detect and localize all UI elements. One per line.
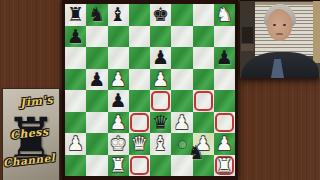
white-rook-c1[interactable]: ♜	[108, 155, 129, 177]
square-b2[interactable]	[86, 133, 107, 155]
white-rook-h1[interactable]: ♜	[214, 155, 235, 177]
black-queen-e3[interactable]: ♛	[150, 112, 171, 134]
white-pawn-c3[interactable]: ♟	[108, 112, 129, 134]
square-a4[interactable]	[65, 90, 86, 112]
square-c2[interactable]: ♚	[108, 133, 129, 155]
square-c8[interactable]: ♝	[108, 4, 129, 26]
square-d3[interactable]	[129, 112, 150, 134]
white-pawn-a2[interactable]: ♟	[65, 133, 86, 155]
shelf-object	[242, 27, 253, 43]
black-pawn-a7[interactable]: ♟	[65, 26, 86, 48]
square-c1[interactable]: ♜	[108, 155, 129, 177]
square-e7[interactable]	[150, 26, 171, 48]
square-d7[interactable]	[129, 26, 150, 48]
square-h6[interactable]: ♟	[214, 47, 235, 69]
square-f7[interactable]	[171, 26, 192, 48]
square-h2[interactable]: ♟	[214, 133, 235, 155]
square-g4[interactable]	[193, 90, 214, 112]
white-knight-h8[interactable]: ♞	[214, 4, 235, 26]
black-rook-a8[interactable]: ♜	[65, 4, 86, 26]
square-h7[interactable]	[214, 26, 235, 48]
square-g8[interactable]	[193, 4, 214, 26]
square-e4[interactable]	[150, 90, 171, 112]
black-pawn-h6[interactable]: ♟	[214, 47, 235, 69]
white-king-c2[interactable]: ♚	[108, 133, 129, 155]
square-h8[interactable]: ♞	[214, 4, 235, 26]
square-e3[interactable]: ♛	[150, 112, 171, 134]
square-e8[interactable]: ♚	[150, 4, 171, 26]
square-h5[interactable]	[214, 69, 235, 91]
square-b1[interactable]	[86, 155, 107, 177]
video-frame: ♜♞♝♚♞♟♟♟♟♟♟♟♟♛♟♟♚♛♝♞♟♟♜♜ ♜ Jim's Chess C…	[0, 0, 320, 180]
square-h1[interactable]: ♜	[214, 155, 235, 177]
chess-board[interactable]: ♜♞♝♚♞♟♟♟♟♟♟♟♟♛♟♟♚♛♝♞♟♟♜♜	[65, 4, 235, 176]
channel-logo: ♜ Jim's Chess Channel	[2, 88, 60, 180]
square-a1[interactable]	[65, 155, 86, 177]
black-pawn-c4[interactable]: ♟	[108, 90, 129, 112]
square-d6[interactable]	[129, 47, 150, 69]
square-e6[interactable]: ♟	[150, 47, 171, 69]
square-f8[interactable]	[171, 4, 192, 26]
white-pawn-c5[interactable]: ♟	[108, 69, 129, 91]
square-d1[interactable]	[129, 155, 150, 177]
square-g5[interactable]	[193, 69, 214, 91]
square-e1[interactable]	[150, 155, 171, 177]
square-f3[interactable]: ♟	[171, 112, 192, 134]
square-g6[interactable]	[193, 47, 214, 69]
black-knight-b8[interactable]: ♞	[86, 4, 107, 26]
square-g3[interactable]	[193, 112, 214, 134]
square-e5[interactable]: ♟	[150, 69, 171, 91]
shelf-object	[241, 44, 254, 51]
square-d4[interactable]	[129, 90, 150, 112]
square-b3[interactable]	[86, 112, 107, 134]
black-pawn-e6[interactable]: ♟	[150, 47, 171, 69]
square-a7[interactable]: ♟	[65, 26, 86, 48]
presenter-face	[267, 9, 292, 41]
square-c5[interactable]: ♟	[108, 69, 129, 91]
black-bishop-c8[interactable]: ♝	[108, 4, 129, 26]
square-e2[interactable]: ♝	[150, 133, 171, 155]
black-knight-f2[interactable]: ♞	[186, 142, 207, 164]
square-f4[interactable]	[171, 90, 192, 112]
white-pawn-f3[interactable]: ♟	[171, 112, 192, 134]
square-a6[interactable]	[65, 47, 86, 69]
square-h3[interactable]	[214, 112, 235, 134]
square-b6[interactable]	[86, 47, 107, 69]
square-a5[interactable]	[65, 69, 86, 91]
square-f5[interactable]	[171, 69, 192, 91]
white-queen-d2[interactable]: ♛	[129, 133, 150, 155]
square-d8[interactable]	[129, 4, 150, 26]
white-pawn-h2[interactable]: ♟	[214, 133, 235, 155]
webcam-video	[240, 0, 320, 78]
square-f2[interactable]: ♞	[171, 133, 192, 155]
white-bishop-e2[interactable]: ♝	[150, 133, 171, 155]
square-a2[interactable]: ♟	[65, 133, 86, 155]
square-b4[interactable]	[86, 90, 107, 112]
presenter-shirt	[271, 59, 284, 78]
window-frame-right	[313, 1, 320, 63]
square-b8[interactable]: ♞	[86, 4, 107, 26]
square-b7[interactable]	[86, 26, 107, 48]
square-h4[interactable]	[214, 90, 235, 112]
chess-board-frame: ♜♞♝♚♞♟♟♟♟♟♟♟♟♛♟♟♚♛♝♞♟♟♜♜	[62, 0, 238, 180]
square-b5[interactable]: ♟	[86, 69, 107, 91]
square-c4[interactable]: ♟	[108, 90, 129, 112]
square-c7[interactable]	[108, 26, 129, 48]
square-c3[interactable]: ♟	[108, 112, 129, 134]
square-d2[interactable]: ♛	[129, 133, 150, 155]
square-d5[interactable]	[129, 69, 150, 91]
square-f6[interactable]	[171, 47, 192, 69]
square-a3[interactable]	[65, 112, 86, 134]
white-pawn-e5[interactable]: ♟	[150, 69, 171, 91]
square-c6[interactable]	[108, 47, 129, 69]
black-pawn-b5[interactable]: ♟	[86, 69, 107, 91]
square-a8[interactable]: ♜	[65, 4, 86, 26]
black-king-e8[interactable]: ♚	[150, 4, 171, 26]
square-g7[interactable]	[193, 26, 214, 48]
